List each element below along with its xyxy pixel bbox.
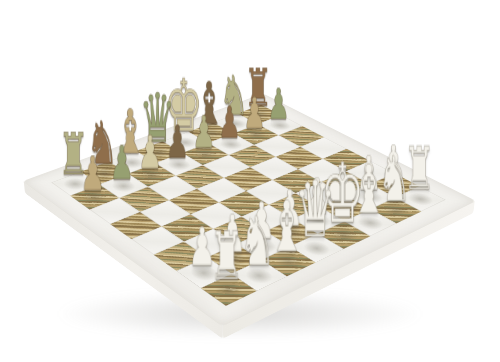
board-field: ♜♟♟♜♞♟♟♞♝♟♟♝♚♟♟♚♛♟♟♛♝♟♟♝♞♟♟♞♜♟♟♜ — [51, 105, 446, 306]
pawn-icon: ♟ — [68, 149, 118, 196]
product-photo: ♜♟♟♜♞♟♟♞♝♟♟♝♚♟♟♚♛♟♟♛♝♟♟♝♞♟♟♞♜♟♟♜ — [0, 0, 500, 362]
square-a1: ♜ — [201, 274, 257, 306]
rook-icon: ♜ — [199, 223, 255, 289]
